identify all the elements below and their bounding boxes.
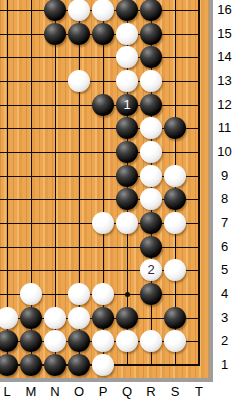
- white-stone-N3: [44, 307, 66, 329]
- row-label-6: 6: [213, 240, 236, 254]
- black-stone-R15: [140, 23, 162, 45]
- row-label-15: 15: [213, 27, 236, 41]
- white-stone-O3: [68, 307, 90, 329]
- white-stone-M4: [20, 283, 42, 305]
- black-stone-R14: [140, 46, 162, 68]
- black-stone-Q8: [116, 188, 138, 210]
- grid-line-horizontal: [0, 247, 200, 248]
- row-label-8: 8: [213, 192, 236, 206]
- row-label-3: 3: [213, 311, 236, 325]
- black-stone-Q12: 1: [116, 94, 138, 116]
- row-label-4: 4: [213, 287, 236, 301]
- white-stone-R9: [140, 165, 162, 187]
- column-label-P: P: [91, 384, 115, 400]
- black-stone-M2: [20, 330, 42, 352]
- white-stone-Q14: [116, 46, 138, 68]
- white-stone-R5: 2: [140, 259, 162, 281]
- white-stone-P1: [92, 354, 114, 376]
- column-label-N: N: [43, 384, 67, 400]
- column-label-L: L: [0, 384, 19, 400]
- row-label-16: 16: [213, 3, 236, 17]
- white-stone-L3: [0, 307, 18, 329]
- black-stone-R12: [140, 94, 162, 116]
- white-stone-P7: [92, 212, 114, 234]
- black-stone-R6: [140, 236, 162, 258]
- grid-line-vertical: [198, 0, 200, 366]
- black-stone-M3: [20, 307, 42, 329]
- white-stone-Q2: [116, 330, 138, 352]
- black-stone-M1: [20, 354, 42, 376]
- white-stone-N2: [44, 330, 66, 352]
- black-stone-Q9: [116, 165, 138, 187]
- white-stone-R11: [140, 117, 162, 139]
- black-stone-R4: [140, 283, 162, 305]
- black-stone-S11: [164, 117, 186, 139]
- row-label-9: 9: [213, 169, 236, 183]
- column-label-T: T: [187, 384, 211, 400]
- white-stone-S7: [164, 212, 186, 234]
- black-stone-Q10: [116, 141, 138, 163]
- white-stone-R8: [140, 188, 162, 210]
- white-stone-Q15: [116, 23, 138, 45]
- black-stone-N15: [44, 23, 66, 45]
- row-label-13: 13: [213, 74, 236, 88]
- grid-line-horizontal: [0, 57, 200, 58]
- black-stone-R7: [140, 212, 162, 234]
- black-stone-N1: [44, 354, 66, 376]
- white-stone-O13: [68, 70, 90, 92]
- column-label-M: M: [19, 384, 43, 400]
- white-stone-S5: [164, 259, 186, 281]
- white-stone-R2: [140, 330, 162, 352]
- black-stone-O2: [68, 330, 90, 352]
- row-label-14: 14: [213, 50, 236, 64]
- black-stone-Q11: [116, 117, 138, 139]
- black-stone-O1: [68, 354, 90, 376]
- column-label-O: O: [67, 384, 91, 400]
- row-label-12: 12: [213, 98, 236, 112]
- grid-line-horizontal: [0, 152, 200, 153]
- row-label-7: 7: [213, 216, 236, 230]
- black-stone-R16: [140, 0, 162, 21]
- row-label-11: 11: [213, 121, 236, 135]
- white-stone-R13: [140, 70, 162, 92]
- black-stone-L1: [0, 354, 18, 376]
- black-stone-S3: [164, 307, 186, 329]
- black-stone-N16: [44, 0, 66, 21]
- white-stone-S9: [164, 165, 186, 187]
- black-stone-P3: [92, 307, 114, 329]
- row-label-5: 5: [213, 263, 236, 277]
- white-stone-P4: [92, 283, 114, 305]
- white-stone-P2: [92, 330, 114, 352]
- black-stone-P12: [92, 94, 114, 116]
- white-stone-O16: [68, 0, 90, 21]
- grid-line-horizontal: [0, 81, 200, 82]
- white-stone-R10: [140, 141, 162, 163]
- white-stone-S2: [164, 330, 186, 352]
- move-number-label: 1: [116, 94, 138, 116]
- column-label-R: R: [139, 384, 163, 400]
- star-point: [125, 292, 130, 297]
- black-stone-S8: [164, 188, 186, 210]
- go-diagram-window: 12 16151413121110987654321 LMNOPQRST: [0, 0, 236, 404]
- white-stone-Q7: [116, 212, 138, 234]
- black-stone-P15: [92, 23, 114, 45]
- white-stone-P16: [92, 0, 114, 21]
- column-label-S: S: [163, 384, 187, 400]
- row-label-10: 10: [213, 145, 236, 159]
- row-label-2: 2: [213, 334, 236, 348]
- column-label-Q: Q: [115, 384, 139, 400]
- black-stone-Q16: [116, 0, 138, 21]
- move-number-label: 2: [140, 259, 162, 281]
- white-stone-Q13: [116, 70, 138, 92]
- column-coordinate-gutter: LMNOPQRST: [0, 382, 213, 404]
- black-stone-Q3: [116, 307, 138, 329]
- black-stone-O15: [68, 23, 90, 45]
- black-stone-L2: [0, 330, 18, 352]
- go-board[interactable]: 12: [0, 0, 209, 378]
- row-coordinate-gutter: 16151413121110987654321: [213, 0, 236, 382]
- white-stone-O4: [68, 283, 90, 305]
- row-label-1: 1: [213, 358, 236, 372]
